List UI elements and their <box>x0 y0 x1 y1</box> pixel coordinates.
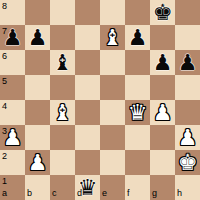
square-g3[interactable] <box>150 125 175 150</box>
square-a6[interactable]: 6 <box>0 50 25 75</box>
square-d3[interactable] <box>75 125 100 150</box>
square-d4[interactable] <box>75 100 100 125</box>
piece-black-bishop-c6[interactable]: ♝ <box>53 50 73 75</box>
square-g4[interactable]: ♟ <box>150 100 175 125</box>
piece-white-bishop-e7[interactable]: ♝ <box>103 25 123 50</box>
square-b8[interactable] <box>25 0 50 25</box>
rank-label-6: 6 <box>2 52 7 61</box>
file-label-b: b <box>27 189 32 198</box>
square-a2[interactable]: 2 <box>0 150 25 175</box>
square-h1[interactable]: h <box>175 175 200 200</box>
file-label-e: e <box>102 189 107 198</box>
square-b3[interactable] <box>25 125 50 150</box>
piece-black-pawn-g6[interactable]: ♟ <box>153 50 173 75</box>
square-c7[interactable] <box>50 25 75 50</box>
square-a8[interactable]: 8 <box>0 0 25 25</box>
piece-white-pawn-g4[interactable]: ♟ <box>153 100 173 125</box>
square-h5[interactable] <box>175 75 200 100</box>
square-d5[interactable] <box>75 75 100 100</box>
square-g2[interactable] <box>150 150 175 175</box>
file-label-c: c <box>52 189 57 198</box>
square-h6[interactable]: ♟ <box>175 50 200 75</box>
file-label-a: a <box>2 189 7 198</box>
rank-label-2: 2 <box>2 152 7 161</box>
square-f7[interactable]: ♟ <box>125 25 150 50</box>
square-f2[interactable] <box>125 150 150 175</box>
square-a5[interactable]: 5 <box>0 75 25 100</box>
square-e7[interactable]: ♝ <box>100 25 125 50</box>
piece-white-bishop-c4[interactable]: ♝ <box>53 100 73 125</box>
piece-black-pawn-b7[interactable]: ♟ <box>28 25 48 50</box>
square-b5[interactable] <box>25 75 50 100</box>
rank-label-1: 1 <box>2 177 7 186</box>
piece-black-queen-d1[interactable]: ♛ <box>78 175 98 200</box>
square-e6[interactable] <box>100 50 125 75</box>
piece-black-pawn-a7[interactable]: ♟ <box>3 25 23 50</box>
square-c2[interactable] <box>50 150 75 175</box>
square-f1[interactable]: f <box>125 175 150 200</box>
chess-board: 8♚7♟♟♝♟6♝♟♟54♝♛♟3♟♟2♟♚1abcd♛efgh <box>0 0 200 200</box>
square-e8[interactable] <box>100 0 125 25</box>
square-f6[interactable] <box>125 50 150 75</box>
rank-label-4: 4 <box>2 102 7 111</box>
file-label-h: h <box>177 189 182 198</box>
square-b1[interactable]: b <box>25 175 50 200</box>
square-h7[interactable] <box>175 25 200 50</box>
square-b7[interactable]: ♟ <box>25 25 50 50</box>
square-e3[interactable] <box>100 125 125 150</box>
square-d6[interactable] <box>75 50 100 75</box>
square-g5[interactable] <box>150 75 175 100</box>
square-f3[interactable] <box>125 125 150 150</box>
square-a3[interactable]: 3♟ <box>0 125 25 150</box>
file-label-f: f <box>127 189 130 198</box>
square-c8[interactable] <box>50 0 75 25</box>
rank-label-8: 8 <box>2 2 7 11</box>
square-b6[interactable] <box>25 50 50 75</box>
square-d7[interactable] <box>75 25 100 50</box>
piece-white-king-h2[interactable]: ♚ <box>178 150 198 175</box>
square-g6[interactable]: ♟ <box>150 50 175 75</box>
square-a4[interactable]: 4 <box>0 100 25 125</box>
square-c4[interactable]: ♝ <box>50 100 75 125</box>
square-a1[interactable]: 1a <box>0 175 25 200</box>
square-b4[interactable] <box>25 100 50 125</box>
piece-white-pawn-a3[interactable]: ♟ <box>3 125 23 150</box>
square-c1[interactable]: c <box>50 175 75 200</box>
square-h2[interactable]: ♚ <box>175 150 200 175</box>
square-g1[interactable]: g <box>150 175 175 200</box>
piece-black-king-g8[interactable]: ♚ <box>153 0 173 25</box>
chess-app: 8♚7♟♟♝♟6♝♟♟54♝♛♟3♟♟2♟♚1abcd♛efgh <box>0 0 200 200</box>
square-d1[interactable]: d♛ <box>75 175 100 200</box>
square-c6[interactable]: ♝ <box>50 50 75 75</box>
square-f8[interactable] <box>125 0 150 25</box>
square-d2[interactable] <box>75 150 100 175</box>
square-e5[interactable] <box>100 75 125 100</box>
square-b2[interactable]: ♟ <box>25 150 50 175</box>
piece-black-pawn-h6[interactable]: ♟ <box>178 50 198 75</box>
piece-black-pawn-f7[interactable]: ♟ <box>128 25 148 50</box>
square-g7[interactable] <box>150 25 175 50</box>
square-d8[interactable] <box>75 0 100 25</box>
rank-label-5: 5 <box>2 77 7 86</box>
file-label-g: g <box>152 189 157 198</box>
square-h4[interactable] <box>175 100 200 125</box>
square-g8[interactable]: ♚ <box>150 0 175 25</box>
square-e4[interactable] <box>100 100 125 125</box>
square-h3[interactable]: ♟ <box>175 125 200 150</box>
piece-white-pawn-h3[interactable]: ♟ <box>178 125 198 150</box>
square-e1[interactable]: e <box>100 175 125 200</box>
square-f5[interactable] <box>125 75 150 100</box>
piece-white-pawn-b2[interactable]: ♟ <box>28 150 48 175</box>
square-c5[interactable] <box>50 75 75 100</box>
square-c3[interactable] <box>50 125 75 150</box>
square-a7[interactable]: 7♟ <box>0 25 25 50</box>
square-f4[interactable]: ♛ <box>125 100 150 125</box>
square-e2[interactable] <box>100 150 125 175</box>
piece-white-queen-f4[interactable]: ♛ <box>128 100 148 125</box>
square-h8[interactable] <box>175 0 200 25</box>
